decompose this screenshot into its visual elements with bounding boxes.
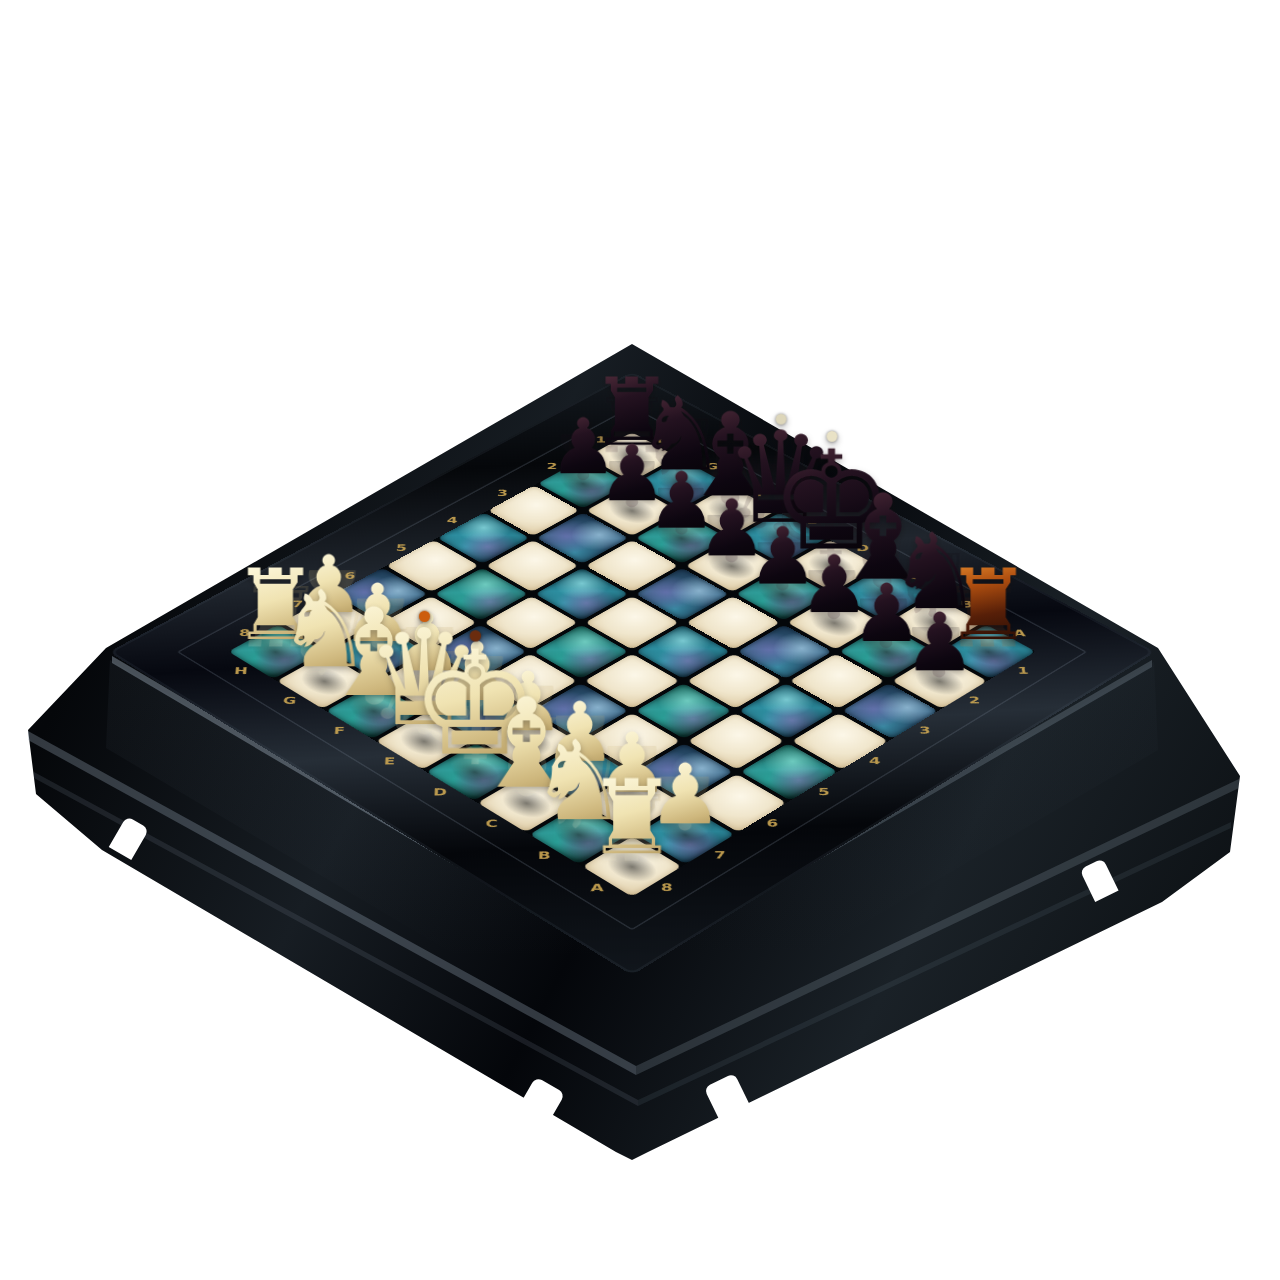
- piece-contact-shadow: [595, 781, 668, 825]
- bracket-foot-notch-front-left: [513, 1077, 565, 1134]
- piece-contact-shadow: [598, 492, 666, 530]
- square-e5: [534, 625, 629, 679]
- square-c6: [584, 713, 681, 770]
- piece-contact-shadow: [647, 519, 716, 557]
- label-file-D: D: [830, 541, 896, 555]
- piece-contact-shadow: [439, 750, 511, 793]
- piece-contact-shadow: [441, 690, 512, 732]
- label-rank-6: 6: [336, 557, 364, 594]
- piece-contact-shadow: [492, 720, 564, 762]
- square-d4: [636, 625, 731, 679]
- piece-contact-shadow: [648, 812, 722, 856]
- piece-contact-shadow: [392, 661, 463, 702]
- label-file-E: E: [779, 513, 845, 527]
- board-frame: HGFEDCBA 12345678 12345678 HGFEDCBA ♜♜♞♞…: [109, 372, 1156, 975]
- square-f8: ♝♝: [326, 683, 422, 739]
- chess-set-photo-scene: HGFEDCBA 12345678 12345678 HGFEDCBA ♜♜♞♞…: [0, 0, 1280, 1280]
- square-a7: ♟♟: [636, 805, 735, 864]
- label-rank-7: 7: [283, 585, 312, 623]
- finial-e1: [775, 413, 786, 424]
- label-rank-1: 1: [588, 422, 613, 457]
- piece-contact-shadow: [490, 781, 563, 825]
- label-file-C: C: [881, 569, 948, 583]
- bracket-foot-notch-left: [109, 816, 150, 860]
- label-rank-2: 2: [539, 449, 565, 484]
- label-file-G: G: [680, 459, 744, 473]
- bracket-foot-notch-right: [1079, 858, 1118, 902]
- label-rank-3: 3: [489, 475, 515, 511]
- label-rank-5: 5: [388, 530, 415, 567]
- chess-board-3d: HGFEDCBA 12345678 12345678 HGFEDCBA ♜♜♞♞…: [109, 372, 1156, 975]
- piece-contact-shadow: [388, 720, 460, 762]
- square-a3: [842, 683, 938, 739]
- finial-d1: [826, 431, 837, 442]
- label-file-H: H: [631, 433, 695, 446]
- label-file-B: B: [933, 597, 1000, 612]
- square-b8: ♞♞: [529, 805, 628, 864]
- piece-contact-shadow: [542, 812, 616, 856]
- piece-contact-shadow: [851, 631, 922, 672]
- piece-contact-shadow: [697, 546, 766, 585]
- bracket-foot-notch-front-right: [704, 1073, 755, 1129]
- piece-contact-shadow: [904, 661, 976, 702]
- white-pawn-h7: ♟: [249, 452, 408, 623]
- label-rank-8: 8: [230, 614, 259, 652]
- piece-contact-shadow: [289, 661, 360, 702]
- piece-contact-shadow: [338, 690, 409, 732]
- piece-contact-shadow: [748, 574, 818, 613]
- label-file-A: A: [986, 625, 1054, 640]
- piece-contact-shadow: [342, 631, 412, 672]
- label-file-F: F: [729, 486, 794, 500]
- piece-contact-shadow: [799, 603, 870, 643]
- piece-contact-shadow: [595, 844, 669, 889]
- piece-contact-shadow: [543, 750, 616, 793]
- label-rank-4: 4: [439, 502, 466, 538]
- squares-panel: ♜♜♞♞♝♝♛♛♚♚♝♝♞♞♜♜♟♟♟♟♟♟♟♟♟♟♟♟♟♟♟♟♟♟♟♟♟♟♟♟…: [228, 432, 1035, 896]
- board-inlay-area: HGFEDCBA 12345678 12345678 HGFEDCBA ♜♜♞♞…: [191, 413, 1073, 921]
